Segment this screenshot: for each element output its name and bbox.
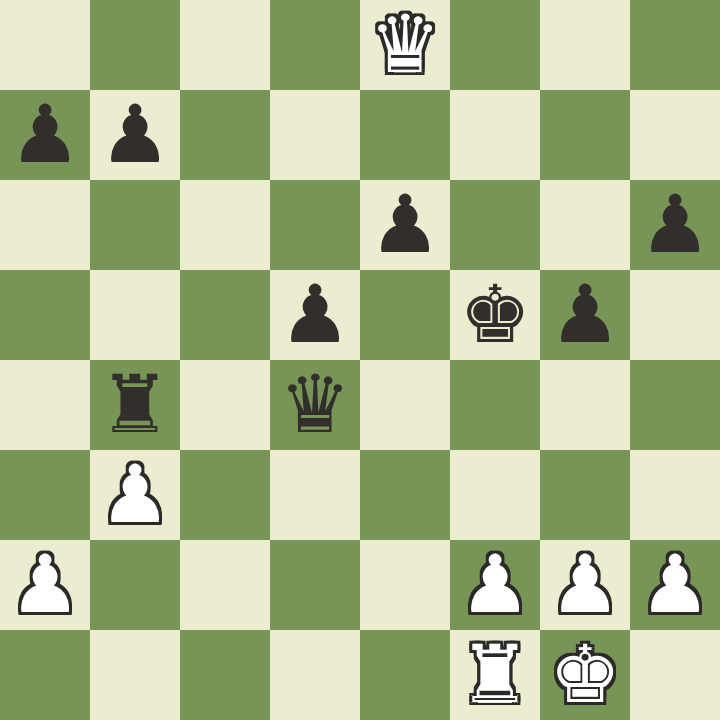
white-pawn[interactable]: ♟ [639,540,711,630]
white-pawn[interactable]: ♟ [459,540,531,630]
square-b4[interactable]: ♜ [90,360,180,450]
square-a3[interactable] [0,450,90,540]
square-c7[interactable] [180,90,270,180]
square-c2[interactable] [180,540,270,630]
square-h2[interactable]: ♟ [630,540,720,630]
square-f4[interactable] [450,360,540,450]
square-e2[interactable] [360,540,450,630]
square-c8[interactable] [180,0,270,90]
square-d7[interactable] [270,90,360,180]
square-d1[interactable] [270,630,360,720]
square-e5[interactable] [360,270,450,360]
square-g6[interactable] [540,180,630,270]
square-b8[interactable] [90,0,180,90]
square-e7[interactable] [360,90,450,180]
square-f8[interactable] [450,0,540,90]
square-g1[interactable]: ♚ [540,630,630,720]
white-pawn[interactable]: ♟ [549,540,621,630]
square-f6[interactable] [450,180,540,270]
square-f1[interactable]: ♜ [450,630,540,720]
square-g7[interactable] [540,90,630,180]
square-a4[interactable] [0,360,90,450]
square-h5[interactable] [630,270,720,360]
square-c3[interactable] [180,450,270,540]
square-b6[interactable] [90,180,180,270]
square-b1[interactable] [90,630,180,720]
square-b7[interactable]: ♟ [90,90,180,180]
square-h4[interactable] [630,360,720,450]
square-h8[interactable] [630,0,720,90]
black-pawn[interactable]: ♟ [279,270,351,360]
square-b5[interactable] [90,270,180,360]
black-pawn[interactable]: ♟ [369,180,441,270]
black-rook[interactable]: ♜ [99,360,171,450]
square-c6[interactable] [180,180,270,270]
square-a2[interactable]: ♟ [0,540,90,630]
square-d5[interactable]: ♟ [270,270,360,360]
square-e6[interactable]: ♟ [360,180,450,270]
square-g5[interactable]: ♟ [540,270,630,360]
black-pawn[interactable]: ♟ [99,90,171,180]
square-d2[interactable] [270,540,360,630]
square-g8[interactable] [540,0,630,90]
black-queen[interactable]: ♛ [279,360,351,450]
square-e1[interactable] [360,630,450,720]
square-c1[interactable] [180,630,270,720]
square-f7[interactable] [450,90,540,180]
black-pawn[interactable]: ♟ [639,180,711,270]
black-king[interactable]: ♚ [459,270,531,360]
white-pawn[interactable]: ♟ [9,540,81,630]
square-d6[interactable] [270,180,360,270]
white-king[interactable]: ♚ [549,630,621,720]
square-c5[interactable] [180,270,270,360]
square-g2[interactable]: ♟ [540,540,630,630]
black-pawn[interactable]: ♟ [9,90,81,180]
square-h3[interactable] [630,450,720,540]
square-e4[interactable] [360,360,450,450]
square-a1[interactable] [0,630,90,720]
square-e3[interactable] [360,450,450,540]
square-h1[interactable] [630,630,720,720]
black-pawn[interactable]: ♟ [549,270,621,360]
square-d3[interactable] [270,450,360,540]
square-b3[interactable]: ♟ [90,450,180,540]
square-d4[interactable]: ♛ [270,360,360,450]
white-queen[interactable]: ♛ [369,0,441,90]
square-f3[interactable] [450,450,540,540]
chess-board: ♛♟♟♟♟♟♚♟♜♛♟♟♟♟♟♜♚ [0,0,720,720]
square-a7[interactable]: ♟ [0,90,90,180]
square-g4[interactable] [540,360,630,450]
square-g3[interactable] [540,450,630,540]
square-h7[interactable] [630,90,720,180]
square-h6[interactable]: ♟ [630,180,720,270]
square-e8[interactable]: ♛ [360,0,450,90]
square-a6[interactable] [0,180,90,270]
square-d8[interactable] [270,0,360,90]
square-a8[interactable] [0,0,90,90]
white-pawn[interactable]: ♟ [99,450,171,540]
square-a5[interactable] [0,270,90,360]
square-b2[interactable] [90,540,180,630]
square-f2[interactable]: ♟ [450,540,540,630]
white-rook[interactable]: ♜ [459,630,531,720]
square-c4[interactable] [180,360,270,450]
square-f5[interactable]: ♚ [450,270,540,360]
